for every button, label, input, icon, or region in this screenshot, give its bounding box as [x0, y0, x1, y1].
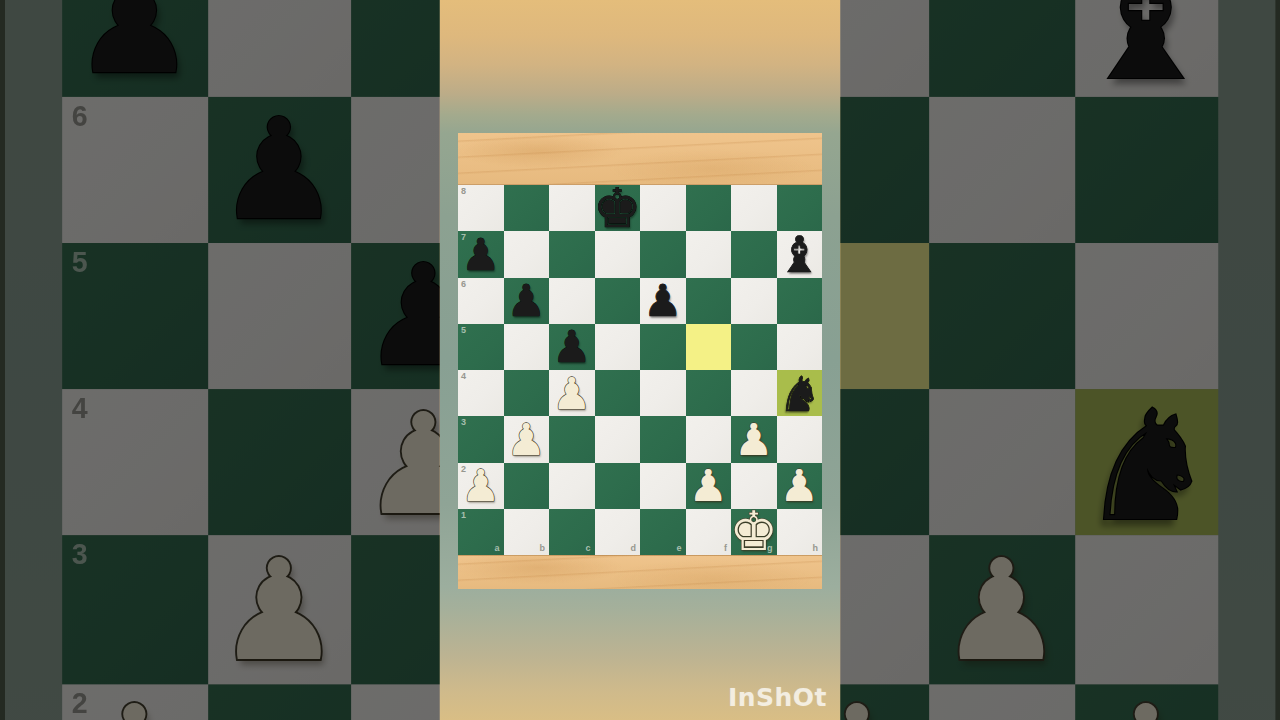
- piece-white-pawn-h2[interactable]: ♟: [777, 463, 823, 509]
- bg-piece-white-pawn-b3: ♟: [206, 536, 351, 683]
- square-h2[interactable]: ♟: [777, 463, 823, 509]
- rank-label-4: 4: [461, 372, 466, 381]
- square-c7[interactable]: [549, 231, 595, 277]
- square-g7[interactable]: [731, 231, 777, 277]
- bg-piece-white-pawn-h2: ♟: [1074, 683, 1219, 720]
- bg-square-h4-highlight-move-to: ♞: [1074, 389, 1219, 536]
- square-b5[interactable]: [504, 324, 550, 370]
- square-h8[interactable]: [777, 185, 823, 231]
- file-label-b: b: [540, 544, 546, 553]
- square-e2[interactable]: [640, 463, 686, 509]
- piece-white-pawn-f2[interactable]: ♟: [686, 463, 732, 509]
- bg-square-h6: [1074, 95, 1219, 242]
- square-e3[interactable]: [640, 416, 686, 462]
- square-f1[interactable]: f: [686, 509, 732, 555]
- square-e6[interactable]: ♟: [640, 278, 686, 324]
- bg-piece-black-pawn-b6: ♟: [206, 95, 351, 242]
- square-a3[interactable]: 3: [458, 416, 504, 462]
- bg-square-c6: [351, 95, 440, 242]
- square-c2[interactable]: [549, 463, 595, 509]
- square-f3[interactable]: [686, 416, 732, 462]
- square-a4[interactable]: 4: [458, 370, 504, 416]
- square-f6[interactable]: [686, 278, 732, 324]
- background-board-clone-left: 8♚7♟♝6♟♟5♟4♟♞3♟♟2♟♟♟1abcdefg♚hInShOt: [5, 0, 440, 720]
- square-g6[interactable]: [731, 278, 777, 324]
- square-f2[interactable]: ♟: [686, 463, 732, 509]
- square-d5[interactable]: [595, 324, 641, 370]
- piece-white-pawn-a2[interactable]: ♟: [458, 463, 504, 509]
- square-a1[interactable]: 1a: [458, 509, 504, 555]
- square-h5[interactable]: [777, 324, 823, 370]
- bg-square-c7: [351, 0, 440, 95]
- background-left-panel: 8♚7♟♝6♟♟5♟4♟♞3♟♟2♟♟♟1abcdefg♚hInShOt: [0, 0, 440, 720]
- bg-square-h5: [1074, 242, 1219, 389]
- square-h6[interactable]: [777, 278, 823, 324]
- bg-piece-white-pawn-c4: ♟: [351, 389, 440, 536]
- rank-label-6: 6: [461, 280, 466, 289]
- chess-board: 8♚7♟♝6♟♟5♟4♟♞3♟♟2♟♟♟1abcdefg♚h: [458, 133, 822, 589]
- rank-label-3: 3: [461, 418, 466, 427]
- bg-square-g3: ♟: [929, 536, 1074, 683]
- bg-square-c3: [351, 536, 440, 683]
- bg-rank-label-4: 4: [71, 395, 87, 424]
- bg-square-a7: 7♟: [62, 0, 207, 95]
- square-h3[interactable]: [777, 416, 823, 462]
- piece-white-pawn-c4[interactable]: ♟: [549, 370, 595, 416]
- squares-grid: 8♚7♟♝6♟♟5♟4♟♞3♟♟2♟♟♟1abcdefg♚h: [458, 185, 822, 555]
- bg-square-g4: [929, 389, 1074, 536]
- square-c4[interactable]: ♟: [549, 370, 595, 416]
- bg-square-c2: [351, 683, 440, 720]
- square-e8[interactable]: [640, 185, 686, 231]
- square-b3[interactable]: ♟: [504, 416, 550, 462]
- bg-rank-label-6: 6: [71, 102, 87, 131]
- inshot-watermark: InShOt: [728, 683, 827, 712]
- bg-square-b6: ♟: [206, 95, 351, 242]
- piece-black-pawn-c5[interactable]: ♟: [549, 324, 595, 370]
- square-h7[interactable]: ♝: [777, 231, 823, 277]
- square-b2[interactable]: [504, 463, 550, 509]
- bg-rank-label-5: 5: [71, 249, 87, 278]
- square-g5[interactable]: [731, 324, 777, 370]
- file-label-a: a: [494, 544, 499, 553]
- square-b6[interactable]: ♟: [504, 278, 550, 324]
- square-g1[interactable]: g♚: [731, 509, 777, 555]
- bg-square-f2: ♟: [840, 683, 929, 720]
- rank-label-1: 1: [461, 511, 466, 520]
- square-d7[interactable]: [595, 231, 641, 277]
- bg-square-f3: [840, 536, 929, 683]
- bg-square-a2: 2♟: [62, 683, 207, 720]
- square-b4[interactable]: [504, 370, 550, 416]
- square-d2[interactable]: [595, 463, 641, 509]
- square-b7[interactable]: [504, 231, 550, 277]
- square-c8[interactable]: [549, 185, 595, 231]
- bg-square-f6: [840, 95, 929, 242]
- video-frame: 8♚7♟♝6♟♟5♟4♟♞3♟♟2♟♟♟1abcdefg♚hInShOt 8♚7…: [0, 0, 1280, 720]
- bg-piece-black-knight-h4: ♞: [1074, 389, 1219, 536]
- bg-square-g2: [929, 683, 1074, 720]
- square-b8[interactable]: [504, 185, 550, 231]
- piece-white-pawn-g3[interactable]: ♟: [731, 416, 777, 462]
- bg-square-g6: [929, 95, 1074, 242]
- square-d6[interactable]: [595, 278, 641, 324]
- bg-square-a3: 3: [62, 536, 207, 683]
- square-a8[interactable]: 8: [458, 185, 504, 231]
- bg-square-h2: ♟: [1074, 683, 1219, 720]
- square-c5[interactable]: ♟: [549, 324, 595, 370]
- piece-black-pawn-b6[interactable]: ♟: [504, 278, 550, 324]
- bg-square-a4: 4: [62, 389, 207, 536]
- square-g8[interactable]: [731, 185, 777, 231]
- file-label-f: f: [724, 544, 727, 553]
- square-h1[interactable]: h: [777, 509, 823, 555]
- bg-square-h7: ♝: [1074, 0, 1219, 95]
- file-label-h: h: [813, 544, 819, 553]
- bg-square-a6: 6: [62, 95, 207, 242]
- square-g4[interactable]: [731, 370, 777, 416]
- square-h4-highlight-move-to[interactable]: ♞: [777, 370, 823, 416]
- square-d8[interactable]: ♚: [595, 185, 641, 231]
- square-c3[interactable]: [549, 416, 595, 462]
- background-right-panel: 8♚7♟♝6♟♟5♟4♟♞3♟♟2♟♟♟1abcdefg♚hInShOt: [840, 0, 1280, 720]
- piece-black-king-d8[interactable]: ♚: [595, 185, 641, 231]
- bg-square-c5: ♟: [351, 242, 440, 389]
- square-f7[interactable]: [686, 231, 732, 277]
- square-f4[interactable]: [686, 370, 732, 416]
- bg-square-f7: [840, 0, 929, 95]
- square-a6[interactable]: 6: [458, 278, 504, 324]
- piece-black-knight-h4[interactable]: ♞: [777, 370, 823, 416]
- square-a2[interactable]: 2♟: [458, 463, 504, 509]
- square-c6[interactable]: [549, 278, 595, 324]
- square-d3[interactable]: [595, 416, 641, 462]
- bg-square-h3: [1074, 536, 1219, 683]
- background-board-clone-right: 8♚7♟♝6♟♟5♟4♟♞3♟♟2♟♟♟1abcdefg♚hInShOt: [840, 0, 1275, 720]
- square-e4[interactable]: [640, 370, 686, 416]
- square-d1[interactable]: d: [595, 509, 641, 555]
- bg-squares-grid: 8♚7♟♝6♟♟5♟4♟♞3♟♟2♟♟♟1abcdefg♚h: [840, 0, 1218, 720]
- square-b1[interactable]: b: [504, 509, 550, 555]
- rank-label-5: 5: [461, 326, 466, 335]
- bg-piece-white-pawn-g3: ♟: [929, 536, 1074, 683]
- square-f5-highlight-move-from[interactable]: [686, 324, 732, 370]
- square-f8[interactable]: [686, 185, 732, 231]
- square-c1[interactable]: c: [549, 509, 595, 555]
- rank-label-8: 8: [461, 187, 466, 196]
- bg-square-c4: ♟: [351, 389, 440, 536]
- bg-piece-black-pawn-c5: ♟: [351, 242, 440, 389]
- piece-black-pawn-a7[interactable]: ♟: [458, 231, 504, 277]
- square-a5[interactable]: 5: [458, 324, 504, 370]
- bg-piece-black-pawn-a7: ♟: [62, 0, 207, 95]
- square-e7[interactable]: [640, 231, 686, 277]
- bg-piece-black-bishop-h7: ♝: [1074, 0, 1219, 95]
- bg-square-b4: [206, 389, 351, 536]
- video-strip: 8♚7♟♝6♟♟5♟4♟♞3♟♟2♟♟♟1abcdefg♚hInShOt: [440, 0, 840, 720]
- piece-white-pawn-b3[interactable]: ♟: [504, 416, 550, 462]
- square-e1[interactable]: e: [640, 509, 686, 555]
- bg-square-b2: [206, 683, 351, 720]
- file-label-e: e: [676, 544, 681, 553]
- square-e5[interactable]: [640, 324, 686, 370]
- bg-squares-grid: 8♚7♟♝6♟♟5♟4♟♞3♟♟2♟♟♟1abcdefg♚h: [62, 0, 440, 720]
- bg-square-g5: [929, 242, 1074, 389]
- bg-chess-board: 8♚7♟♝6♟♟5♟4♟♞3♟♟2♟♟♟1abcdefg♚h: [840, 0, 1218, 720]
- bg-square-g7: [929, 0, 1074, 95]
- square-a7[interactable]: 7♟: [458, 231, 504, 277]
- bg-chess-board: 8♚7♟♝6♟♟5♟4♟♞3♟♟2♟♟♟1abcdefg♚h: [62, 0, 440, 720]
- bg-rank-label-3: 3: [71, 542, 87, 571]
- bg-square-f4: [840, 389, 929, 536]
- bg-square-b7: [206, 0, 351, 95]
- bg-square-b5: [206, 242, 351, 389]
- piece-black-bishop-h7[interactable]: ♝: [777, 231, 823, 277]
- piece-black-pawn-e6[interactable]: ♟: [640, 278, 686, 324]
- square-g3[interactable]: ♟: [731, 416, 777, 462]
- square-d4[interactable]: [595, 370, 641, 416]
- bg-square-b3: ♟: [206, 536, 351, 683]
- bg-piece-white-pawn-f2: ♟: [840, 683, 929, 720]
- file-label-c: c: [585, 544, 590, 553]
- bg-piece-white-pawn-a2: ♟: [62, 683, 207, 720]
- piece-white-king-g1[interactable]: ♚: [731, 509, 777, 555]
- file-label-d: d: [631, 544, 637, 553]
- bg-square-a5: 5: [62, 242, 207, 389]
- bg-square-f5-highlight-move-from: [840, 242, 929, 389]
